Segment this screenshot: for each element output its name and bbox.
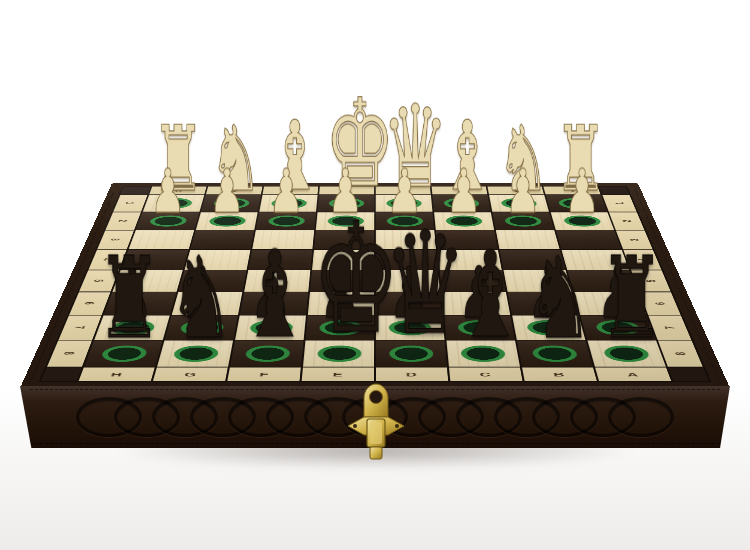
- white-pawn[interactable]: ♟: [560, 161, 605, 222]
- rank-label-right-7-text: 7: [661, 326, 678, 329]
- file-label-near-b: B: [522, 367, 597, 381]
- carved-loop: [152, 397, 218, 437]
- square-g8[interactable]: ♞: [157, 341, 233, 367]
- file-label-near-c: C: [449, 367, 523, 381]
- file-label-near-c-text: C: [479, 371, 492, 377]
- carved-loop: [418, 397, 484, 437]
- black-knight[interactable]: ♞: [168, 242, 223, 355]
- rank-label-right-3-text: 3: [627, 238, 642, 240]
- carved-loop: [266, 397, 332, 437]
- rank-label-left-2-text: 2: [116, 220, 130, 222]
- file-label-far-a-text: A: [568, 189, 576, 192]
- black-bishop[interactable]: ♝: [455, 235, 510, 355]
- file-label-far-f-text: F: [287, 189, 294, 192]
- rank-label-left-6-text: 6: [82, 302, 98, 305]
- board-grid: HGFEDCBA1♜♞♝♚♛♝♞♜12♟♟♟♟♟♟♟♟2334455667♟♟♟…: [39, 186, 712, 382]
- rank-label-right-8: 8: [658, 341, 703, 367]
- square-h8[interactable]: ♜: [84, 341, 162, 367]
- square-b8[interactable]: ♞: [517, 341, 593, 367]
- rank-label-right-1: 1: [602, 195, 636, 212]
- carved-loop: [456, 397, 522, 437]
- file-label-far-b-text: B: [512, 189, 520, 192]
- rank-label-right-8-text: 8: [671, 352, 689, 355]
- carved-loop: [570, 397, 636, 437]
- file-label-near-b-text: B: [553, 371, 566, 377]
- rank-label-right-5-text: 5: [643, 279, 659, 282]
- frame-corner-near-left: [41, 367, 82, 381]
- white-pawn[interactable]: ♟: [205, 161, 250, 222]
- square-a2[interactable]: ♟: [551, 212, 614, 230]
- file-label-far-h-text: H: [174, 189, 182, 192]
- rank-label-left-5-text: 5: [91, 279, 107, 282]
- carved-loop: [494, 397, 560, 437]
- white-pawn[interactable]: ♟: [145, 161, 190, 222]
- square-d8[interactable]: ♛: [376, 341, 447, 367]
- square-e8[interactable]: ♚: [303, 341, 374, 367]
- file-label-near-h-text: H: [110, 371, 124, 377]
- file-label-near-d: D: [376, 367, 448, 381]
- rank-label-left-4-text: 4: [100, 258, 115, 261]
- file-label-near-d-text: D: [406, 371, 418, 377]
- file-label-near-g-text: G: [184, 371, 198, 377]
- rank-label-right-2-text: 2: [619, 220, 633, 222]
- file-label-near-f: F: [227, 367, 301, 381]
- file-label-far-d-text: D: [399, 189, 406, 192]
- brass-clasp: [346, 383, 406, 467]
- rank-label-right-2: 2: [609, 212, 645, 230]
- file-label-near-h: H: [79, 367, 155, 381]
- carved-loop: [608, 397, 674, 437]
- carved-loop: [76, 397, 142, 437]
- rank-label-right-1-text: 1: [612, 202, 626, 204]
- rank-label-left-1-text: 1: [124, 202, 138, 204]
- file-label-far-c-text: C: [456, 189, 464, 192]
- carved-loop: [532, 397, 598, 437]
- rank-label-left-8: 8: [47, 341, 92, 367]
- file-label-near-a: A: [595, 367, 671, 381]
- black-bishop[interactable]: ♝: [240, 235, 295, 355]
- rank-label-left-8-text: 8: [61, 352, 79, 355]
- square-h2[interactable]: ♟: [136, 212, 199, 230]
- square-c8[interactable]: ♝: [446, 341, 520, 367]
- file-label-far-e-text: E: [343, 189, 350, 192]
- file-label-near-e-text: E: [333, 371, 344, 377]
- rank-label-right-6-text: 6: [652, 302, 668, 305]
- black-king[interactable]: ♚: [312, 203, 367, 355]
- square-a8[interactable]: ♜: [587, 341, 665, 367]
- clasp-tongue: [370, 447, 382, 459]
- white-pawn[interactable]: ♟: [501, 161, 546, 222]
- file-label-near-f-text: F: [259, 371, 270, 377]
- carved-loop: [228, 397, 294, 437]
- rank-label-right-4-text: 4: [634, 258, 649, 261]
- black-queen[interactable]: ♛: [384, 212, 439, 354]
- chess-board: HGFEDCBA1♜♞♝♚♛♝♞♜12♟♟♟♟♟♟♟♟2334455667♟♟♟…: [20, 183, 730, 388]
- square-f8[interactable]: ♝: [230, 341, 304, 367]
- rank-label-left-7-text: 7: [72, 326, 89, 329]
- black-knight[interactable]: ♞: [527, 242, 582, 355]
- carved-loop: [190, 397, 256, 437]
- file-label-far-g-text: G: [230, 189, 238, 192]
- file-label-near-a-text: A: [626, 371, 640, 377]
- file-label-near-e: E: [302, 367, 374, 381]
- file-label-near-g: G: [153, 367, 228, 381]
- frame-corner-near-right: [668, 367, 709, 381]
- photo-stage: HGFEDCBA1♜♞♝♚♛♝♞♜12♟♟♟♟♟♟♟♟2334455667♟♟♟…: [0, 0, 750, 550]
- carved-loop: [114, 397, 180, 437]
- rank-label-left-3-text: 3: [109, 238, 124, 240]
